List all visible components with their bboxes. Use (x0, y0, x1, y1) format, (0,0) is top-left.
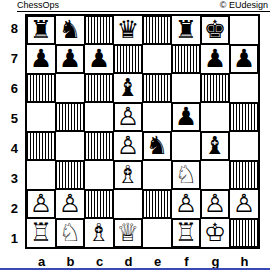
rank-label-7: 7 (0, 44, 25, 74)
black-pawn-piece: ♟ (29, 46, 53, 72)
black-rook-piece: ♜ (29, 17, 53, 43)
white-knight-piece: ♘ (58, 220, 82, 246)
file-label-c: c (85, 253, 114, 269)
square-f5[interactable]: ♟ (172, 103, 200, 131)
rank-label-5: 5 (0, 104, 25, 134)
square-b3[interactable] (56, 161, 84, 189)
white-rook-piece: ♖ (174, 220, 198, 246)
square-c4[interactable] (85, 132, 113, 160)
white-queen-piece: ♕ (116, 220, 140, 246)
file-labels: abcdefgh (27, 253, 259, 269)
square-d2[interactable] (114, 190, 142, 218)
square-b7[interactable]: ♟ (56, 45, 84, 73)
rank-label-6: 6 (0, 74, 25, 104)
rank-label-3: 3 (0, 163, 25, 193)
square-d5[interactable]: ♙ (114, 103, 142, 131)
square-e6[interactable] (143, 74, 171, 102)
app-title: ChessOps (17, 1, 59, 10)
square-h7[interactable]: ♟ (230, 45, 258, 73)
square-e3[interactable] (143, 161, 171, 189)
white-pawn-piece: ♙ (203, 191, 227, 217)
square-f7[interactable] (172, 45, 200, 73)
square-d8[interactable]: ♛ (114, 16, 142, 44)
square-h3[interactable] (230, 161, 258, 189)
square-g4[interactable]: ♝ (201, 132, 229, 160)
file-label-b: b (56, 253, 85, 269)
square-f8[interactable]: ♜ (172, 16, 200, 44)
square-f4[interactable] (172, 132, 200, 160)
square-c7[interactable]: ♟ (85, 45, 113, 73)
square-a4[interactable] (27, 132, 55, 160)
black-king-piece: ♚ (203, 17, 227, 43)
square-h1[interactable] (230, 219, 258, 247)
square-a8[interactable]: ♜ (27, 16, 55, 44)
rank-labels: 87654321 (0, 14, 25, 253)
white-pawn-piece: ♙ (116, 133, 140, 159)
white-pawn-piece: ♙ (116, 104, 140, 130)
square-a2[interactable]: ♙ (27, 190, 55, 218)
square-a7[interactable]: ♟ (27, 45, 55, 73)
white-bishop-piece: ♗ (116, 162, 140, 188)
black-pawn-piece: ♟ (87, 46, 111, 72)
square-b4[interactable] (56, 132, 84, 160)
square-e7[interactable] (143, 45, 171, 73)
square-e4[interactable]: ♞ (143, 132, 171, 160)
square-b1[interactable]: ♘ (56, 219, 84, 247)
rank-label-1: 1 (0, 223, 25, 253)
black-knight-piece: ♞ (58, 17, 82, 43)
square-d3[interactable]: ♗ (114, 161, 142, 189)
chess-board: ♜♞♛♜♚♟♟♟♟♟♝♙♟♙♞♝♗♘♙♙♙♙♙♖♘♗♕♖♔ (25, 14, 260, 249)
black-rook-piece: ♜ (174, 17, 198, 43)
white-bishop-piece: ♗ (87, 220, 111, 246)
square-d1[interactable]: ♕ (114, 219, 142, 247)
square-c2[interactable] (85, 190, 113, 218)
file-label-e: e (143, 253, 172, 269)
white-rook-piece: ♖ (29, 220, 53, 246)
square-b6[interactable] (56, 74, 84, 102)
rank-label-4: 4 (0, 134, 25, 164)
white-pawn-piece: ♙ (58, 191, 82, 217)
square-g3[interactable] (201, 161, 229, 189)
square-g7[interactable]: ♟ (201, 45, 229, 73)
square-a6[interactable] (27, 74, 55, 102)
square-a5[interactable] (27, 103, 55, 131)
square-b5[interactable] (56, 103, 84, 131)
square-h6[interactable] (230, 74, 258, 102)
white-pawn-piece: ♙ (29, 191, 53, 217)
white-pawn-piece: ♙ (174, 191, 198, 217)
square-g2[interactable]: ♙ (201, 190, 229, 218)
square-h2[interactable]: ♙ (230, 190, 258, 218)
square-d6[interactable]: ♝ (114, 74, 142, 102)
black-pawn-piece: ♟ (232, 46, 256, 72)
board-area: 87654321 ♜♞♛♜♚♟♟♟♟♟♝♙♟♙♞♝♗♘♙♙♙♙♙♖♘♗♕♖♔ (0, 14, 270, 253)
square-a3[interactable] (27, 161, 55, 189)
square-g1[interactable]: ♔ (201, 219, 229, 247)
square-g6[interactable] (201, 74, 229, 102)
square-e2[interactable] (143, 190, 171, 218)
file-label-h: h (230, 253, 259, 269)
square-c6[interactable] (85, 74, 113, 102)
black-pawn-piece: ♟ (174, 104, 198, 130)
square-e1[interactable] (143, 219, 171, 247)
square-a1[interactable]: ♖ (27, 219, 55, 247)
black-queen-piece: ♛ (116, 17, 140, 43)
file-label-f: f (172, 253, 201, 269)
square-c8[interactable] (85, 16, 113, 44)
black-bishop-piece: ♝ (203, 133, 227, 159)
file-label-g: g (201, 253, 230, 269)
square-b8[interactable]: ♞ (56, 16, 84, 44)
black-bishop-piece: ♝ (116, 75, 140, 101)
square-h4[interactable] (230, 132, 258, 160)
rank-label-2: 2 (0, 193, 25, 223)
square-g8[interactable]: ♚ (201, 16, 229, 44)
square-f1[interactable]: ♖ (172, 219, 200, 247)
square-f3[interactable]: ♘ (172, 161, 200, 189)
file-label-d: d (114, 253, 143, 269)
square-e8[interactable] (143, 16, 171, 44)
white-king-piece: ♔ (203, 220, 227, 246)
square-f2[interactable]: ♙ (172, 190, 200, 218)
black-pawn-piece: ♟ (203, 46, 227, 72)
black-pawn-piece: ♟ (58, 46, 82, 72)
square-c1[interactable]: ♗ (85, 219, 113, 247)
square-c5[interactable] (85, 103, 113, 131)
square-g5[interactable] (201, 103, 229, 131)
white-knight-piece: ♘ (174, 162, 198, 188)
square-c3[interactable] (85, 161, 113, 189)
white-pawn-piece: ♙ (232, 191, 256, 217)
square-h8[interactable] (230, 16, 258, 44)
square-e5[interactable] (143, 103, 171, 131)
credit-label: © EUdesign (220, 1, 268, 10)
file-label-a: a (27, 253, 56, 269)
rank-label-8: 8 (0, 14, 25, 44)
square-h5[interactable] (230, 103, 258, 131)
square-b2[interactable]: ♙ (56, 190, 84, 218)
square-d4[interactable]: ♙ (114, 132, 142, 160)
black-knight-piece: ♞ (145, 133, 169, 159)
square-f6[interactable] (172, 74, 200, 102)
square-d7[interactable] (114, 45, 142, 73)
header: ChessOps © EUdesign (17, 1, 270, 12)
